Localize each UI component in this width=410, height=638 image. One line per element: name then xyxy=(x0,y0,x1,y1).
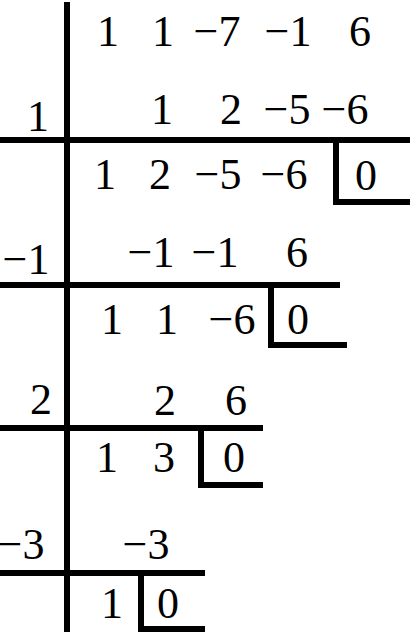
step1-result-2: −5 xyxy=(183,151,253,199)
step4-remainder: 0 xyxy=(133,580,203,628)
step1-remainder: 0 xyxy=(331,152,401,200)
step3-product-0: 2 xyxy=(130,377,200,425)
step3-remainder: 0 xyxy=(199,434,269,482)
coefficient-3: −1 xyxy=(253,8,323,56)
step2-product-0: −1 xyxy=(116,229,186,277)
step2-result-2: −6 xyxy=(197,296,267,344)
step1-result-3: −6 xyxy=(249,151,319,199)
sum-line-3 xyxy=(0,425,263,431)
step1-product-3: −6 xyxy=(310,86,380,134)
step3-result-1: 3 xyxy=(129,434,199,482)
step3-divisor: 2 xyxy=(6,376,76,424)
coefficient-4: 6 xyxy=(325,8,395,56)
step2-divisor: −1 xyxy=(0,236,61,284)
step4-divisor: −3 xyxy=(0,521,56,569)
remainder-box-3-bottom xyxy=(198,482,263,488)
sum-line-4 xyxy=(0,570,205,576)
step2-result-1: 1 xyxy=(132,296,202,344)
step1-divisor: 1 xyxy=(3,93,73,141)
step4-product-0: −3 xyxy=(111,521,181,569)
step2-product-2: 6 xyxy=(262,229,332,277)
step3-product-1: 6 xyxy=(201,377,271,425)
step2-product-1: −1 xyxy=(180,229,250,277)
synthetic-division-table: 1 1 −7 −1 6 1 1 2 −5 −6 1 2 −5 −6 0 −1 −… xyxy=(0,0,410,638)
step2-remainder: 0 xyxy=(263,296,333,344)
step1-product-0: 1 xyxy=(127,86,197,134)
coefficient-2: −7 xyxy=(182,8,252,56)
